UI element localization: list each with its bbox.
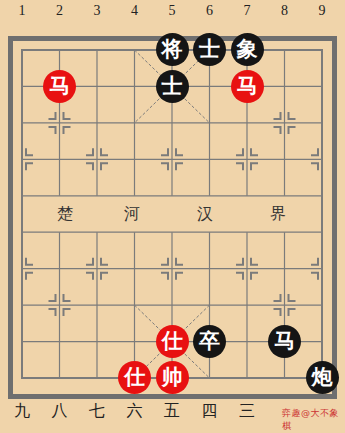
top-label-1: 1 <box>19 3 26 19</box>
top-label-2: 2 <box>56 3 63 19</box>
top-label-5: 5 <box>169 3 176 19</box>
page: { "game": "xiangqi", "position": { "fen"… <box>0 0 345 433</box>
top-label-4: 4 <box>131 3 138 19</box>
top-label-3: 3 <box>94 3 101 19</box>
piece-red-仕[interactable]: 仕 <box>156 325 189 358</box>
bottom-label-五: 五 <box>164 401 180 422</box>
top-label-9: 9 <box>319 3 326 19</box>
piece-red-马[interactable]: 马 <box>43 70 76 103</box>
bottom-label-九: 九 <box>14 401 30 422</box>
piece-black-将[interactable]: 将 <box>156 33 189 66</box>
piece-red-马[interactable]: 马 <box>231 70 264 103</box>
piece-black-象[interactable]: 象 <box>231 33 264 66</box>
bottom-label-三: 三 <box>239 401 255 422</box>
piece-black-马[interactable]: 马 <box>268 325 301 358</box>
piece-black-炮[interactable]: 炮 <box>306 361 339 394</box>
piece-red-帅[interactable]: 帅 <box>156 361 189 394</box>
top-label-6: 6 <box>206 3 213 19</box>
bottom-label-七: 七 <box>89 401 105 422</box>
top-label-7: 7 <box>244 3 251 19</box>
piece-black-卒[interactable]: 卒 <box>193 325 226 358</box>
board-grid: 将士象马士马仕卒马仕帅炮 <box>3 32 341 396</box>
watermark: 弈趣@大不象棋 <box>282 407 345 433</box>
piece-red-仕[interactable]: 仕 <box>118 361 151 394</box>
bottom-label-八: 八 <box>52 401 68 422</box>
piece-black-士[interactable]: 士 <box>156 70 189 103</box>
bottom-label-四: 四 <box>202 401 218 422</box>
top-label-8: 8 <box>281 3 288 19</box>
piece-black-士[interactable]: 士 <box>193 33 226 66</box>
bottom-label-六: 六 <box>127 401 143 422</box>
